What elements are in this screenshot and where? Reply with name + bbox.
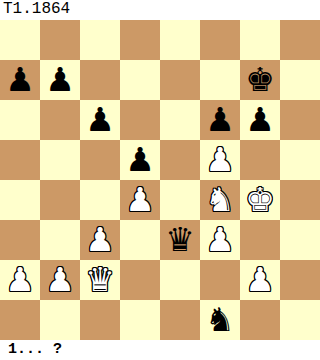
square-c4[interactable] bbox=[80, 180, 120, 220]
square-a5[interactable] bbox=[0, 140, 40, 180]
square-h6[interactable] bbox=[280, 100, 320, 140]
square-d3[interactable] bbox=[120, 220, 160, 260]
square-b8[interactable] bbox=[40, 20, 80, 60]
white-king[interactable]: ♚ bbox=[245, 180, 275, 220]
square-c5[interactable] bbox=[80, 140, 120, 180]
white-pawn[interactable]: ♟ bbox=[205, 140, 235, 180]
square-a6[interactable] bbox=[0, 100, 40, 140]
square-e6[interactable] bbox=[160, 100, 200, 140]
puzzle-title: T1.1864 bbox=[0, 0, 320, 20]
square-g8[interactable] bbox=[240, 20, 280, 60]
move-prompt: 1... ? bbox=[0, 340, 320, 360]
square-b6[interactable] bbox=[40, 100, 80, 140]
square-d1[interactable] bbox=[120, 300, 160, 340]
square-b2[interactable]: ♟ bbox=[40, 260, 80, 300]
square-h3[interactable] bbox=[280, 220, 320, 260]
square-h2[interactable] bbox=[280, 260, 320, 300]
square-h1[interactable] bbox=[280, 300, 320, 340]
white-pawn[interactable]: ♟ bbox=[5, 260, 35, 300]
square-c3[interactable]: ♟ bbox=[80, 220, 120, 260]
puzzle-window: T1.1864 ♟♟♚♟♟♟♟♟♟♞♚♟♛♟♟♟♛♟♞ 1... ? bbox=[0, 0, 320, 360]
square-a8[interactable] bbox=[0, 20, 40, 60]
square-a1[interactable] bbox=[0, 300, 40, 340]
square-h5[interactable] bbox=[280, 140, 320, 180]
square-f1[interactable]: ♞ bbox=[200, 300, 240, 340]
square-e4[interactable] bbox=[160, 180, 200, 220]
white-pawn[interactable]: ♟ bbox=[85, 220, 115, 260]
square-b7[interactable]: ♟ bbox=[40, 60, 80, 100]
black-king[interactable]: ♚ bbox=[245, 60, 275, 100]
square-f3[interactable]: ♟ bbox=[200, 220, 240, 260]
square-e3[interactable]: ♛ bbox=[160, 220, 200, 260]
square-b4[interactable] bbox=[40, 180, 80, 220]
chess-board: ♟♟♚♟♟♟♟♟♟♞♚♟♛♟♟♟♛♟♞ bbox=[0, 20, 320, 340]
square-b1[interactable] bbox=[40, 300, 80, 340]
square-a4[interactable] bbox=[0, 180, 40, 220]
square-d2[interactable] bbox=[120, 260, 160, 300]
square-g5[interactable] bbox=[240, 140, 280, 180]
square-b5[interactable] bbox=[40, 140, 80, 180]
square-h4[interactable] bbox=[280, 180, 320, 220]
black-pawn[interactable]: ♟ bbox=[5, 60, 35, 100]
square-d8[interactable] bbox=[120, 20, 160, 60]
square-c6[interactable]: ♟ bbox=[80, 100, 120, 140]
black-pawn[interactable]: ♟ bbox=[245, 100, 275, 140]
square-f7[interactable] bbox=[200, 60, 240, 100]
white-pawn[interactable]: ♟ bbox=[245, 260, 275, 300]
square-b3[interactable] bbox=[40, 220, 80, 260]
black-pawn[interactable]: ♟ bbox=[85, 100, 115, 140]
square-d4[interactable]: ♟ bbox=[120, 180, 160, 220]
square-g2[interactable]: ♟ bbox=[240, 260, 280, 300]
square-d5[interactable]: ♟ bbox=[120, 140, 160, 180]
square-e5[interactable] bbox=[160, 140, 200, 180]
square-c7[interactable] bbox=[80, 60, 120, 100]
square-d7[interactable] bbox=[120, 60, 160, 100]
square-g4[interactable]: ♚ bbox=[240, 180, 280, 220]
square-a2[interactable]: ♟ bbox=[0, 260, 40, 300]
square-d6[interactable] bbox=[120, 100, 160, 140]
square-a7[interactable]: ♟ bbox=[0, 60, 40, 100]
white-pawn[interactable]: ♟ bbox=[45, 260, 75, 300]
white-pawn[interactable]: ♟ bbox=[205, 220, 235, 260]
square-f5[interactable]: ♟ bbox=[200, 140, 240, 180]
square-c8[interactable] bbox=[80, 20, 120, 60]
square-e1[interactable] bbox=[160, 300, 200, 340]
square-e7[interactable] bbox=[160, 60, 200, 100]
square-g3[interactable] bbox=[240, 220, 280, 260]
black-knight[interactable]: ♞ bbox=[205, 300, 235, 340]
black-pawn[interactable]: ♟ bbox=[205, 100, 235, 140]
black-queen[interactable]: ♛ bbox=[165, 220, 195, 260]
white-queen[interactable]: ♛ bbox=[85, 260, 115, 300]
square-c1[interactable] bbox=[80, 300, 120, 340]
black-pawn[interactable]: ♟ bbox=[125, 140, 155, 180]
square-e8[interactable] bbox=[160, 20, 200, 60]
square-g7[interactable]: ♚ bbox=[240, 60, 280, 100]
square-f4[interactable]: ♞ bbox=[200, 180, 240, 220]
black-pawn[interactable]: ♟ bbox=[45, 60, 75, 100]
square-f8[interactable] bbox=[200, 20, 240, 60]
square-a3[interactable] bbox=[0, 220, 40, 260]
square-g1[interactable] bbox=[240, 300, 280, 340]
square-f2[interactable] bbox=[200, 260, 240, 300]
square-f6[interactable]: ♟ bbox=[200, 100, 240, 140]
square-h7[interactable] bbox=[280, 60, 320, 100]
square-h8[interactable] bbox=[280, 20, 320, 60]
square-c2[interactable]: ♛ bbox=[80, 260, 120, 300]
white-pawn[interactable]: ♟ bbox=[125, 180, 155, 220]
square-e2[interactable] bbox=[160, 260, 200, 300]
white-knight[interactable]: ♞ bbox=[205, 180, 235, 220]
square-g6[interactable]: ♟ bbox=[240, 100, 280, 140]
